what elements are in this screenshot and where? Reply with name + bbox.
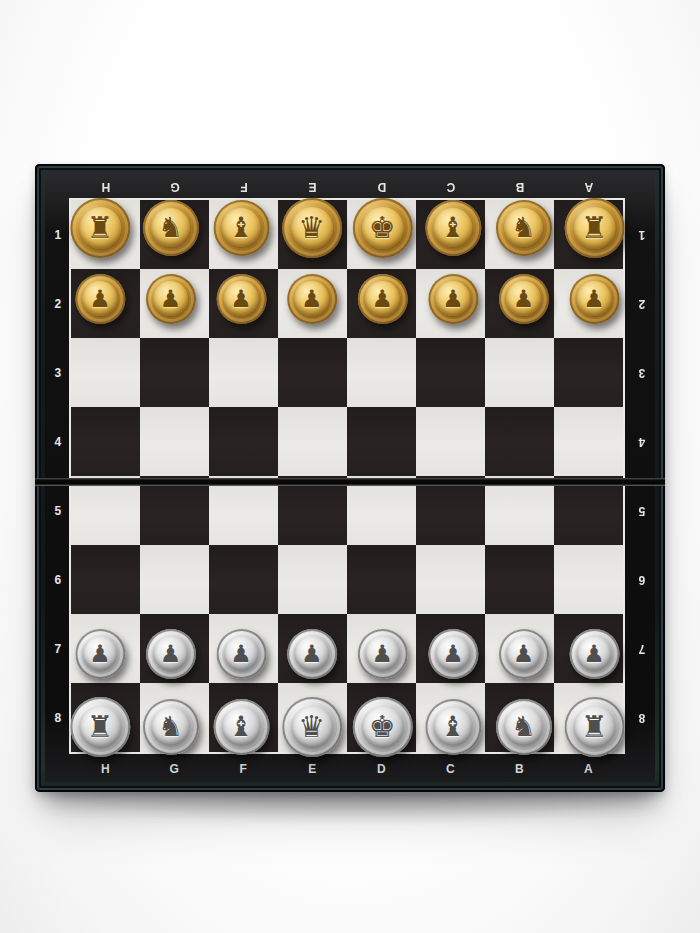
square-c6[interactable]: [416, 545, 485, 614]
square-e5[interactable]: [278, 476, 347, 545]
square-h5[interactable]: [71, 476, 140, 545]
file-labels-bottom: HGFEDCBA: [71, 756, 623, 782]
rank-label-5: 5: [638, 505, 645, 517]
rook-glyph: ♜: [581, 712, 608, 742]
silver-rook-a8[interactable]: ♜: [564, 697, 624, 757]
square-h1[interactable]: ♜: [71, 200, 140, 269]
silver-knight-g8[interactable]: ♞: [143, 699, 199, 755]
square-b2[interactable]: ♟: [485, 269, 554, 338]
square-d7[interactable]: ♟: [347, 614, 416, 683]
gold-pawn-h2[interactable]: ♟: [75, 274, 125, 324]
file-label-h: H: [101, 181, 110, 193]
square-f5[interactable]: [209, 476, 278, 545]
file-label-e: E: [308, 181, 317, 193]
silver-pawn-c7[interactable]: ♟: [428, 629, 478, 679]
king-glyph: ♚: [369, 712, 396, 742]
file-label-b: B: [515, 763, 524, 775]
pawn-glyph: ♟: [442, 642, 464, 666]
folding-hinge: [35, 478, 665, 486]
chess-grid: ♜♞♝♛♚♝♞♜♟♟♟♟♟♟♟♟♟♟♟♟♟♟♟♟♜♞♝♛♚♝♞♜: [71, 200, 623, 752]
pawn-glyph: ♟: [513, 287, 535, 311]
pawn-glyph: ♟: [89, 287, 111, 311]
rank-label-7: 7: [638, 643, 645, 655]
gold-bishop-c1[interactable]: ♝: [425, 200, 481, 256]
square-g5[interactable]: [140, 476, 209, 545]
file-label-b: B: [515, 181, 524, 193]
silver-bishop-c8[interactable]: ♝: [425, 699, 481, 755]
square-c8[interactable]: ♝: [416, 683, 485, 752]
pawn-glyph: ♟: [160, 287, 182, 311]
pawn-glyph: ♟: [372, 287, 394, 311]
gold-pawn-f2[interactable]: ♟: [216, 274, 266, 324]
square-a2[interactable]: ♟: [554, 269, 623, 338]
silver-bishop-f8[interactable]: ♝: [213, 699, 269, 755]
square-e6[interactable]: [278, 545, 347, 614]
photo-canvas: HGFEDCBA HGFEDCBA 12345678 12345678 ♜♞♝♛…: [0, 0, 700, 933]
rank-labels-left: 12345678: [45, 200, 71, 752]
rank-label-6: 6: [54, 574, 61, 586]
square-g3[interactable]: [140, 338, 209, 407]
pawn-glyph: ♟: [230, 287, 252, 311]
silver-knight-b8[interactable]: ♞: [496, 699, 552, 755]
knight-glyph: ♞: [511, 713, 536, 741]
gold-pawn-b2[interactable]: ♟: [499, 274, 549, 324]
bishop-glyph: ♝: [440, 713, 465, 741]
square-a3[interactable]: [554, 338, 623, 407]
square-g6[interactable]: [140, 545, 209, 614]
rank-label-4: 4: [638, 436, 645, 448]
rank-label-2: 2: [54, 298, 61, 310]
square-a6[interactable]: [554, 545, 623, 614]
square-c1[interactable]: ♝: [416, 200, 485, 269]
chess-board-frame: HGFEDCBA HGFEDCBA 12345678 12345678 ♜♞♝♛…: [35, 164, 665, 792]
silver-pawn-h7[interactable]: ♟: [75, 629, 125, 679]
gold-pawn-d2[interactable]: ♟: [357, 274, 407, 324]
square-b5[interactable]: [485, 476, 554, 545]
rook-glyph: ♜: [86, 712, 113, 742]
rank-label-7: 7: [54, 643, 61, 655]
bishop-glyph: ♝: [440, 214, 465, 242]
square-d8[interactable]: ♚: [347, 683, 416, 752]
king-glyph: ♚: [369, 213, 396, 243]
queen-glyph: ♛: [298, 712, 325, 742]
silver-pawn-g7[interactable]: ♟: [146, 629, 196, 679]
rank-label-6: 6: [638, 574, 645, 586]
gold-bishop-f1[interactable]: ♝: [213, 200, 269, 256]
square-f6[interactable]: [209, 545, 278, 614]
square-f1[interactable]: ♝: [209, 200, 278, 269]
rank-label-5: 5: [54, 505, 61, 517]
square-c7[interactable]: ♟: [416, 614, 485, 683]
square-e3[interactable]: [278, 338, 347, 407]
square-d3[interactable]: [347, 338, 416, 407]
file-label-h: H: [101, 763, 110, 775]
silver-pawn-e7[interactable]: ♟: [287, 629, 337, 679]
pawn-glyph: ♟: [160, 642, 182, 666]
rook-glyph: ♜: [86, 213, 113, 243]
gold-pawn-a2[interactable]: ♟: [569, 274, 619, 324]
file-label-d: D: [377, 181, 386, 193]
pawn-glyph: ♟: [230, 642, 252, 666]
square-d4[interactable]: [347, 407, 416, 476]
square-d5[interactable]: [347, 476, 416, 545]
file-labels-top: HGFEDCBA: [71, 174, 623, 200]
rank-label-2: 2: [638, 298, 645, 310]
square-c5[interactable]: [416, 476, 485, 545]
silver-pawn-f7[interactable]: ♟: [216, 629, 266, 679]
rank-label-1: 1: [54, 229, 61, 241]
rank-label-3: 3: [54, 367, 61, 379]
square-b4[interactable]: [485, 407, 554, 476]
file-label-f: F: [240, 763, 248, 775]
square-c2[interactable]: ♟: [416, 269, 485, 338]
square-e8[interactable]: ♛: [278, 683, 347, 752]
pawn-glyph: ♟: [372, 642, 394, 666]
square-f2[interactable]: ♟: [209, 269, 278, 338]
pawn-glyph: ♟: [89, 642, 111, 666]
pawn-glyph: ♟: [442, 287, 464, 311]
silver-pawn-d7[interactable]: ♟: [357, 629, 407, 679]
silver-queen-e8[interactable]: ♛: [282, 697, 342, 757]
knight-glyph: ♞: [511, 214, 536, 242]
square-h6[interactable]: [71, 545, 140, 614]
square-a5[interactable]: [554, 476, 623, 545]
square-g1[interactable]: ♞: [140, 200, 209, 269]
square-f7[interactable]: ♟: [209, 614, 278, 683]
knight-glyph: ♞: [158, 713, 183, 741]
square-f4[interactable]: [209, 407, 278, 476]
square-h3[interactable]: [71, 338, 140, 407]
square-b7[interactable]: ♟: [485, 614, 554, 683]
square-f8[interactable]: ♝: [209, 683, 278, 752]
square-c3[interactable]: [416, 338, 485, 407]
square-b3[interactable]: [485, 338, 554, 407]
square-e2[interactable]: ♟: [278, 269, 347, 338]
square-b8[interactable]: ♞: [485, 683, 554, 752]
gold-knight-b1[interactable]: ♞: [496, 200, 552, 256]
file-label-f: F: [240, 181, 248, 193]
square-g8[interactable]: ♞: [140, 683, 209, 752]
file-label-a: A: [584, 181, 593, 193]
square-a4[interactable]: [554, 407, 623, 476]
playing-field: ♜♞♝♛♚♝♞♜♟♟♟♟♟♟♟♟♟♟♟♟♟♟♟♟♜♞♝♛♚♝♞♜: [69, 198, 625, 754]
square-d1[interactable]: ♚: [347, 200, 416, 269]
pawn-glyph: ♟: [583, 642, 605, 666]
square-a1[interactable]: ♜: [554, 200, 623, 269]
square-e7[interactable]: ♟: [278, 614, 347, 683]
file-label-g: G: [170, 181, 180, 193]
rank-label-8: 8: [638, 712, 645, 724]
gold-king-d1[interactable]: ♚: [352, 198, 412, 258]
rank-label-1: 1: [638, 229, 645, 241]
square-f3[interactable]: [209, 338, 278, 407]
pawn-glyph: ♟: [301, 642, 323, 666]
gold-rook-a1[interactable]: ♜: [564, 198, 624, 258]
bishop-glyph: ♝: [229, 713, 254, 741]
square-a7[interactable]: ♟: [554, 614, 623, 683]
pawn-glyph: ♟: [513, 642, 535, 666]
file-label-e: E: [308, 763, 317, 775]
gold-pawn-e2[interactable]: ♟: [287, 274, 337, 324]
file-label-d: D: [377, 763, 386, 775]
square-e1[interactable]: ♛: [278, 200, 347, 269]
rank-label-4: 4: [54, 436, 61, 448]
gold-knight-g1[interactable]: ♞: [143, 200, 199, 256]
file-label-a: A: [584, 763, 593, 775]
square-g4[interactable]: [140, 407, 209, 476]
bishop-glyph: ♝: [229, 214, 254, 242]
rook-glyph: ♜: [581, 213, 608, 243]
queen-glyph: ♛: [298, 213, 325, 243]
file-label-c: C: [446, 763, 455, 775]
file-label-c: C: [446, 181, 455, 193]
square-g7[interactable]: ♟: [140, 614, 209, 683]
silver-pawn-b7[interactable]: ♟: [499, 629, 549, 679]
file-label-g: G: [170, 763, 180, 775]
square-g2[interactable]: ♟: [140, 269, 209, 338]
square-b1[interactable]: ♞: [485, 200, 554, 269]
silver-king-d8[interactable]: ♚: [352, 697, 412, 757]
gold-pawn-g2[interactable]: ♟: [146, 274, 196, 324]
square-h2[interactable]: ♟: [71, 269, 140, 338]
square-h7[interactable]: ♟: [71, 614, 140, 683]
knight-glyph: ♞: [158, 214, 183, 242]
square-e4[interactable]: [278, 407, 347, 476]
silver-pawn-a7[interactable]: ♟: [569, 629, 619, 679]
board-floor-shadow: [55, 788, 655, 822]
rank-labels-right: 12345678: [629, 200, 655, 752]
square-a8[interactable]: ♜: [554, 683, 623, 752]
square-d2[interactable]: ♟: [347, 269, 416, 338]
gold-rook-h1[interactable]: ♜: [70, 198, 130, 258]
pawn-glyph: ♟: [583, 287, 605, 311]
square-h4[interactable]: [71, 407, 140, 476]
square-b6[interactable]: [485, 545, 554, 614]
silver-rook-h8[interactable]: ♜: [70, 697, 130, 757]
square-d6[interactable]: [347, 545, 416, 614]
pawn-glyph: ♟: [301, 287, 323, 311]
square-c4[interactable]: [416, 407, 485, 476]
gold-pawn-c2[interactable]: ♟: [428, 274, 478, 324]
rank-label-8: 8: [54, 712, 61, 724]
rank-label-3: 3: [638, 367, 645, 379]
gold-queen-e1[interactable]: ♛: [282, 198, 342, 258]
square-h8[interactable]: ♜: [71, 683, 140, 752]
